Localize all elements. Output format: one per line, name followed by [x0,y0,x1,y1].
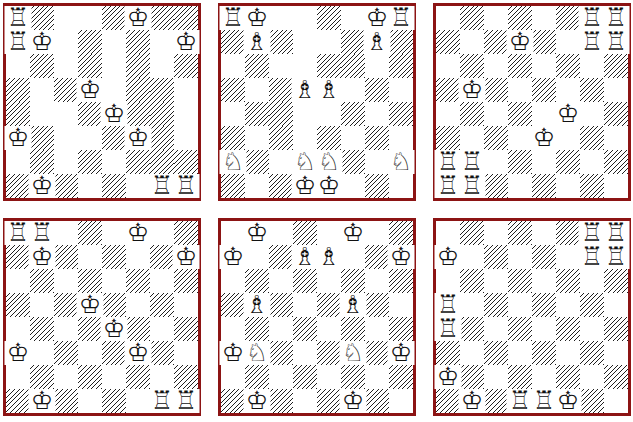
square-g6 [365,269,389,293]
piece-white-king: ♔ [388,245,415,269]
square-f1: ♔ [556,389,580,413]
square-f5 [126,293,150,317]
piece-white-rook: ♖ [459,174,486,198]
chess-board-2: ♖♔♔♖♗♗♗♗♘♘♘♘♔♔ [218,3,416,201]
square-c2 [484,365,508,389]
square-h1 [604,174,628,198]
square-c2 [269,365,293,389]
square-c2 [54,150,78,174]
diagram-page: ♖♔♖♔♔♔♔♔♔♔♖♖♖♔♔♖♗♗♗♗♘♘♘♘♔♔♖♖♔♖♖♔♔♔♖♖♖♖♖♖… [0,0,633,422]
square-c6 [269,269,293,293]
square-g3 [150,126,174,150]
square-f8: ♔ [126,6,150,30]
square-h6 [389,54,413,78]
square-h5 [389,78,413,102]
square-e3 [102,126,126,150]
square-a7: ♔ [436,245,460,269]
square-g2 [580,365,604,389]
square-g5 [150,293,174,317]
square-f1 [556,174,580,198]
square-g4 [580,317,604,341]
square-e3 [102,341,126,365]
square-b5 [460,293,484,317]
square-g1: ♖ [150,389,174,413]
square-a6 [6,54,30,78]
square-a7 [6,245,30,269]
square-d6 [508,54,532,78]
square-e6 [102,54,126,78]
piece-white-rook: ♖ [5,221,32,245]
piece-white-bishop: ♗ [316,78,343,102]
square-b7 [460,245,484,269]
square-b4 [460,317,484,341]
square-d5: ♔ [78,78,102,102]
square-b8 [460,221,484,245]
piece-white-bishop: ♗ [244,293,271,317]
square-e7 [532,245,556,269]
square-c8 [54,221,78,245]
square-a2 [6,365,30,389]
square-b1 [245,174,269,198]
square-e2 [102,365,126,389]
square-b5 [30,293,54,317]
piece-white-king: ♔ [220,341,247,365]
square-d1 [78,174,102,198]
square-g4 [365,102,389,126]
square-a5 [436,78,460,102]
square-d1 [508,174,532,198]
piece-white-king: ♔ [5,126,32,150]
piece-white-king: ♔ [531,126,558,150]
square-f3: ♔ [126,126,150,150]
square-f1 [341,174,365,198]
square-c2 [269,150,293,174]
square-h6 [604,269,628,293]
square-e4 [532,317,556,341]
piece-white-king: ♔ [316,174,343,198]
square-b8: ♔ [245,221,269,245]
piece-white-king: ♔ [555,102,582,126]
square-e4: ♔ [102,102,126,126]
piece-white-king: ♔ [507,30,534,54]
piece-white-knight: ♘ [220,150,247,174]
chess-board-6: ♖♖♔♖♖♖♖♔♔♖♖♔ [433,218,631,416]
square-h3 [174,341,198,365]
square-d5 [508,293,532,317]
chess-board-5: ♔♔♔♗♗♔♗♗♔♘♘♔♔♔ [218,218,416,416]
square-c7 [54,245,78,269]
square-c6 [54,54,78,78]
square-c4 [269,317,293,341]
square-f4 [341,102,365,126]
square-a2: ♔ [436,365,460,389]
square-h7: ♖ [604,30,628,54]
square-h5 [389,293,413,317]
square-e3: ♔ [532,126,556,150]
piece-white-king: ♔ [125,221,152,245]
square-d5 [508,78,532,102]
square-a6 [221,54,245,78]
square-e4: ♔ [102,317,126,341]
square-a8: ♖ [221,6,245,30]
square-f5 [556,293,580,317]
square-c2 [484,150,508,174]
piece-white-king: ♔ [244,389,271,413]
square-g2 [580,150,604,174]
square-d4 [293,102,317,126]
square-b5 [30,78,54,102]
square-a1: ♖ [436,174,460,198]
square-b1: ♔ [30,389,54,413]
piece-white-rook: ♖ [5,30,32,54]
square-g5 [150,78,174,102]
square-d7 [508,245,532,269]
square-b1: ♔ [245,389,269,413]
square-g7 [150,245,174,269]
square-d3 [293,341,317,365]
square-g3 [150,341,174,365]
piece-white-knight: ♘ [340,341,367,365]
square-g7: ♗ [365,30,389,54]
square-b6 [30,269,54,293]
square-g1 [580,174,604,198]
square-g6 [150,54,174,78]
piece-white-rook: ♖ [220,6,247,30]
square-b7 [460,30,484,54]
square-f2 [341,150,365,174]
square-h6 [389,269,413,293]
square-b8 [460,6,484,30]
square-h6 [174,54,198,78]
piece-white-bishop: ♗ [364,30,391,54]
square-c5 [484,78,508,102]
square-e2 [102,150,126,174]
square-d4 [508,102,532,126]
piece-white-king: ♔ [292,174,319,198]
square-e1 [317,389,341,413]
piece-white-king: ♔ [77,78,104,102]
square-h4 [604,102,628,126]
piece-white-rook: ♖ [603,245,630,269]
square-f8 [556,6,580,30]
square-e7 [317,30,341,54]
square-h3: ♔ [389,341,413,365]
square-d7 [293,30,317,54]
square-a1 [6,174,30,198]
square-f6 [126,54,150,78]
square-d1 [78,389,102,413]
square-c1 [54,389,78,413]
piece-white-rook: ♖ [603,30,630,54]
piece-white-king: ♔ [29,245,56,269]
square-h2 [604,150,628,174]
piece-white-king: ♔ [173,30,200,54]
piece-white-rook: ♖ [149,174,176,198]
square-f2 [556,150,580,174]
square-d6 [508,269,532,293]
square-d8 [293,6,317,30]
square-b5 [245,78,269,102]
square-b7: ♔ [30,30,54,54]
square-d5: ♗ [293,78,317,102]
square-e5: ♗ [317,78,341,102]
square-b3 [30,341,54,365]
square-a5 [221,78,245,102]
square-c3 [269,341,293,365]
square-f7 [126,245,150,269]
square-c1 [484,174,508,198]
piece-white-king: ♔ [101,317,128,341]
square-e8 [102,221,126,245]
square-d2 [293,365,317,389]
square-e2 [317,365,341,389]
piece-white-king: ♔ [29,30,56,54]
square-g1 [580,389,604,413]
square-b7: ♗ [245,30,269,54]
square-h8: ♖ [389,6,413,30]
square-g5 [580,293,604,317]
square-f3: ♔ [126,341,150,365]
square-h6 [604,54,628,78]
square-a1 [221,174,245,198]
square-b3 [460,341,484,365]
square-f7 [341,245,365,269]
square-b5: ♔ [460,78,484,102]
square-c8 [484,6,508,30]
square-d8 [78,6,102,30]
piece-white-king: ♔ [29,174,56,198]
square-h5 [174,78,198,102]
square-e7 [102,245,126,269]
piece-white-king: ♔ [125,341,152,365]
square-b4 [30,102,54,126]
square-h1 [604,389,628,413]
piece-white-king: ♔ [5,341,32,365]
square-b1: ♔ [30,174,54,198]
piece-white-king: ♔ [435,365,462,389]
square-c7 [54,30,78,54]
square-g3 [365,341,389,365]
square-e6 [102,269,126,293]
piece-white-knight: ♘ [388,150,415,174]
square-f5: ♗ [341,293,365,317]
square-c6 [484,269,508,293]
square-g2 [365,150,389,174]
piece-white-bishop: ♗ [292,245,319,269]
square-a2: ♘ [221,150,245,174]
square-e6 [317,269,341,293]
square-c8 [269,221,293,245]
piece-white-king: ♔ [459,78,486,102]
square-g2 [365,365,389,389]
square-c8 [54,6,78,30]
square-b1: ♔ [460,389,484,413]
piece-white-king: ♔ [77,293,104,317]
square-g1 [365,174,389,198]
square-c5 [54,293,78,317]
square-h6 [174,269,198,293]
piece-white-king: ♔ [101,102,128,126]
square-b1: ♖ [460,174,484,198]
square-e6 [532,54,556,78]
square-g1 [365,389,389,413]
square-h4 [604,317,628,341]
square-h7: ♖ [604,245,628,269]
square-g8 [365,221,389,245]
square-d5: ♔ [78,293,102,317]
square-b5: ♗ [245,293,269,317]
square-f3: ♘ [341,341,365,365]
square-h2 [389,365,413,389]
square-h7: ♔ [174,30,198,54]
square-a7: ♖ [6,30,30,54]
square-d7: ♔ [508,30,532,54]
square-f3 [341,126,365,150]
piece-white-king: ♔ [125,126,152,150]
square-d1 [293,389,317,413]
square-e3 [532,341,556,365]
square-g3 [580,126,604,150]
square-a1 [221,389,245,413]
square-f6 [126,269,150,293]
square-f7 [126,30,150,54]
square-g6 [580,269,604,293]
square-e5 [317,293,341,317]
piece-white-rook: ♖ [388,6,415,30]
square-c7 [269,245,293,269]
square-c3 [484,341,508,365]
piece-white-king: ♔ [435,245,462,269]
square-c8 [484,221,508,245]
square-h5 [604,78,628,102]
square-f1 [126,389,150,413]
square-a5 [6,293,30,317]
square-d7 [78,30,102,54]
square-d5 [293,293,317,317]
square-d6 [293,269,317,293]
square-e4 [317,317,341,341]
piece-white-rook: ♖ [579,245,606,269]
square-h7: ♔ [174,245,198,269]
chess-board-3: ♖♖♔♖♖♔♔♔♖♖♖♖ [433,3,631,201]
square-a8: ♖ [6,221,30,245]
piece-white-knight: ♘ [244,341,271,365]
square-e1 [102,174,126,198]
square-f8: ♔ [341,221,365,245]
piece-white-king: ♔ [220,245,247,269]
square-c5 [484,293,508,317]
piece-white-bishop: ♗ [244,30,271,54]
square-a8 [436,6,460,30]
square-f6 [556,54,580,78]
square-a6 [221,269,245,293]
square-d2 [78,365,102,389]
square-h3 [174,126,198,150]
square-e8 [317,6,341,30]
square-h3 [604,341,628,365]
square-b6 [245,54,269,78]
square-c1 [269,389,293,413]
square-d7: ♗ [293,245,317,269]
square-e1: ♔ [317,174,341,198]
square-a4: ♖ [436,317,460,341]
square-a2 [221,365,245,389]
piece-white-bishop: ♗ [292,78,319,102]
square-h4 [174,317,198,341]
square-b6 [30,54,54,78]
square-c5 [54,78,78,102]
square-f3 [556,126,580,150]
square-g5 [580,78,604,102]
square-e1: ♖ [532,389,556,413]
square-e4 [317,102,341,126]
square-h5 [604,293,628,317]
square-f6 [341,54,365,78]
square-e1 [532,174,556,198]
square-e5 [532,293,556,317]
square-h1 [389,174,413,198]
square-g3 [580,341,604,365]
piece-white-king: ♔ [244,221,271,245]
square-f1: ♔ [341,389,365,413]
piece-white-king: ♔ [340,221,367,245]
square-b3 [245,126,269,150]
square-e7 [532,30,556,54]
square-h4 [389,102,413,126]
piece-white-rook: ♖ [173,389,200,413]
square-a7 [436,30,460,54]
square-d3 [78,341,102,365]
square-d8 [508,221,532,245]
chess-board-1: ♖♔♖♔♔♔♔♔♔♔♖♖ [3,3,201,201]
piece-white-rook: ♖ [531,389,558,413]
square-g5 [365,78,389,102]
square-a1 [436,389,460,413]
square-d3 [508,341,532,365]
square-f7 [556,245,580,269]
square-g5 [365,293,389,317]
square-a5 [6,78,30,102]
square-h3 [604,126,628,150]
square-f5 [341,78,365,102]
square-c5 [269,78,293,102]
square-f8 [556,221,580,245]
square-e2 [532,150,556,174]
square-f8 [341,6,365,30]
square-h1: ♖ [174,174,198,198]
square-f6 [556,269,580,293]
square-g7 [365,245,389,269]
square-f3 [556,341,580,365]
chess-board-4: ♖♖♔♔♔♔♔♔♔♔♖♖ [3,218,201,416]
square-d3 [78,126,102,150]
piece-white-rook: ♖ [435,317,462,341]
square-f7 [556,30,580,54]
piece-white-king: ♔ [29,389,56,413]
square-c1 [269,174,293,198]
piece-white-bishop: ♗ [316,245,343,269]
square-b3: ♘ [245,341,269,365]
square-a3: ♔ [6,341,30,365]
square-h1: ♖ [174,389,198,413]
square-c5 [269,293,293,317]
piece-white-rook: ♖ [435,174,462,198]
square-c3 [484,126,508,150]
square-f8: ♔ [126,221,150,245]
square-a7 [221,30,245,54]
square-g1: ♖ [150,174,174,198]
square-h2 [604,365,628,389]
